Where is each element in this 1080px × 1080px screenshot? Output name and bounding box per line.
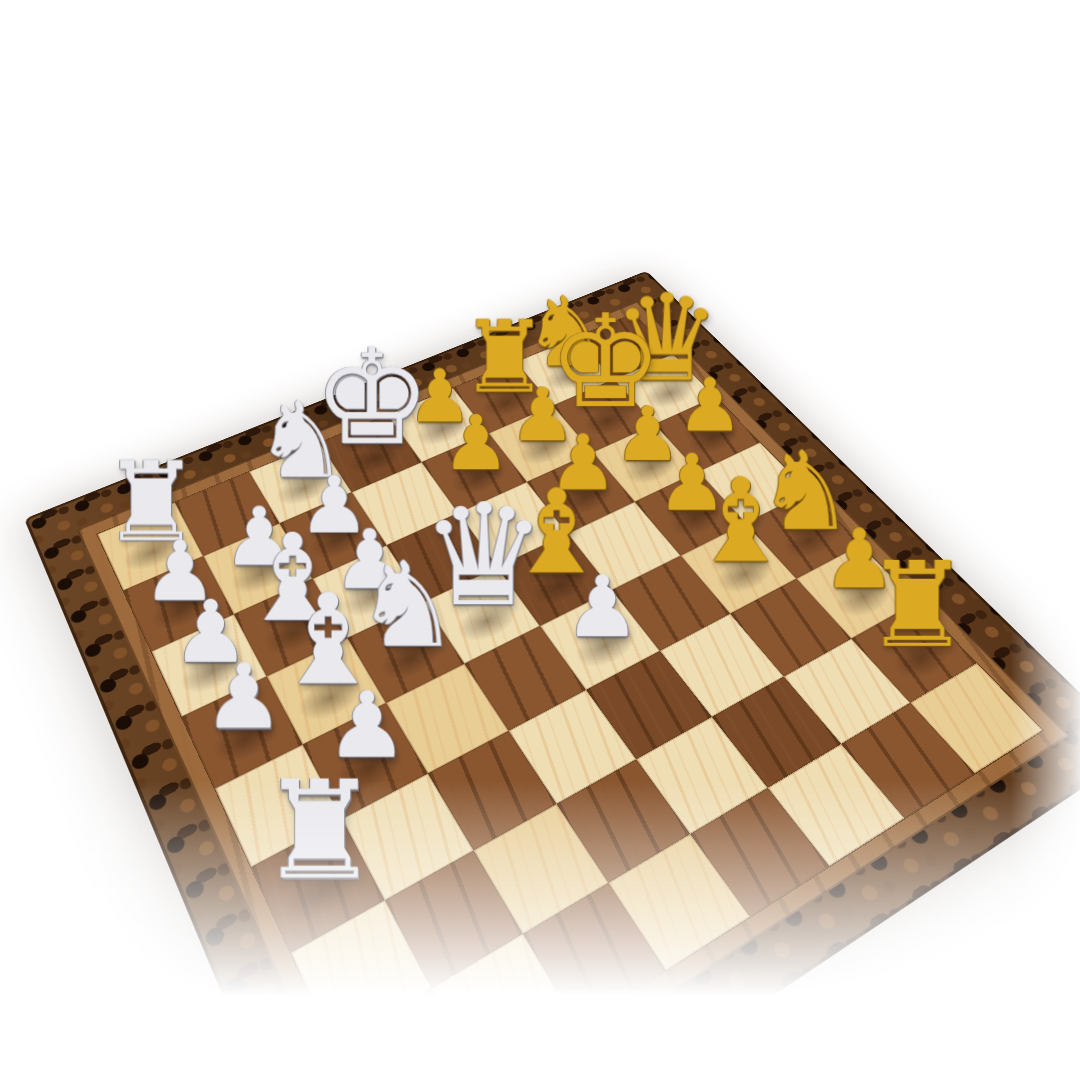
piece-silver-pawn: ♟ xyxy=(564,568,640,649)
product-photo-scene: ♜♞♚♟♜♞♟♟♟♟♟♚♛♟♝♟♟♟♟♟♝♞♛♝♟♟♟♝♞♜♟♜ xyxy=(0,0,1080,1080)
piece-gold-pawn: ♟ xyxy=(442,409,510,481)
piece-silver-rook: ♜ xyxy=(259,767,381,896)
piece-gold-rook: ♜ xyxy=(864,549,970,661)
square-h2: ♜ xyxy=(851,602,977,703)
piece-gold-pawn: ♟ xyxy=(677,372,743,442)
piece-silver-pawn: ♟ xyxy=(203,656,284,741)
chess-board: ♜♞♚♟♜♞♟♟♟♟♟♚♛♟♝♟♟♟♟♟♝♞♛♝♟♟♟♝♞♜♟♜ xyxy=(24,271,1080,1080)
piece-gold-bishop: ♝ xyxy=(689,467,793,577)
